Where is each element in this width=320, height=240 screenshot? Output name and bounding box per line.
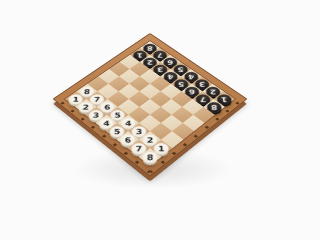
piece-number: 3 (132, 126, 147, 137)
square-r2c4[interactable]: 5 (107, 107, 129, 123)
piece-white-1[interactable]: 1 (151, 140, 172, 156)
square-r4c7[interactable] (161, 115, 183, 131)
piece-number: 1 (154, 143, 169, 154)
square-r2c7[interactable]: 2 (139, 131, 161, 148)
piece-number: 7 (131, 143, 146, 154)
square-r2c8[interactable]: 1 (150, 140, 172, 157)
square-r4c5[interactable] (139, 99, 160, 115)
piece-number: 1 (68, 94, 83, 104)
piece-white-3[interactable]: 3 (86, 107, 106, 122)
piece-number: 2 (143, 134, 158, 145)
piece-number: 8 (207, 102, 222, 112)
piece-number: 7 (90, 94, 105, 104)
square-r5c7[interactable] (172, 107, 194, 123)
square-r1c6[interactable]: 6 (117, 131, 139, 148)
piece-number: 4 (121, 118, 136, 129)
square-r1c7[interactable]: 7 (128, 140, 150, 157)
square-r5c8[interactable] (183, 115, 205, 131)
piece-white-2[interactable]: 2 (140, 132, 161, 148)
piece-white-2[interactable]: 2 (76, 100, 96, 115)
square-r3c4[interactable] (118, 99, 139, 115)
square-r6c7[interactable] (182, 99, 203, 115)
square-r1c2[interactable]: 2 (75, 99, 96, 115)
piece-black-1[interactable]: 1 (214, 92, 234, 106)
piece-number: 3 (88, 110, 103, 121)
square-r6c8[interactable] (193, 107, 215, 123)
square-r3c6[interactable] (139, 115, 161, 131)
piece-white-7[interactable]: 7 (87, 92, 107, 106)
square-r3c7[interactable] (150, 123, 172, 140)
piece-white-6[interactable]: 6 (117, 132, 138, 148)
piece-white-4[interactable]: 4 (118, 115, 138, 130)
square-r4c8[interactable] (172, 123, 194, 140)
piece-number: 2 (78, 102, 93, 112)
piece-number: 8 (142, 151, 157, 163)
square-r8c8[interactable]: 1 (214, 91, 235, 107)
piece-white-5[interactable]: 5 (107, 123, 128, 139)
piece-number: 1 (217, 94, 232, 104)
square-r1c4[interactable]: 4 (95, 115, 117, 131)
piece-number: 4 (99, 118, 114, 129)
square-r1c8[interactable]: 8 (139, 148, 162, 166)
square-r4c6[interactable] (150, 107, 172, 123)
square-r2c5[interactable]: 4 (117, 115, 139, 131)
piece-white-8[interactable]: 8 (139, 149, 160, 166)
piece-number: 5 (110, 110, 125, 121)
piece-white-7[interactable]: 7 (128, 140, 149, 156)
square-r5c6[interactable] (161, 99, 182, 115)
square-r2c6[interactable]: 3 (128, 123, 150, 140)
square-r3c5[interactable] (128, 107, 150, 123)
piece-white-1[interactable]: 1 (66, 92, 86, 106)
piece-white-4[interactable]: 4 (96, 115, 116, 130)
square-r3c8[interactable] (161, 131, 183, 148)
piece-white-5[interactable]: 5 (108, 107, 128, 122)
piece-number: 6 (120, 134, 135, 145)
square-r2c3[interactable]: 6 (96, 99, 117, 115)
piece-number: 7 (196, 94, 211, 104)
piece-number: 6 (100, 102, 115, 112)
piece-white-6[interactable]: 6 (97, 100, 117, 115)
piece-black-8[interactable]: 8 (204, 100, 224, 115)
square-r1c3[interactable]: 3 (85, 107, 107, 123)
square-r7c8[interactable]: 8 (204, 99, 225, 115)
piece-number: 5 (109, 126, 124, 137)
square-r1c5[interactable]: 5 (106, 123, 128, 140)
square-r1c1[interactable]: 1 (65, 91, 86, 107)
piece-white-3[interactable]: 3 (129, 123, 150, 139)
